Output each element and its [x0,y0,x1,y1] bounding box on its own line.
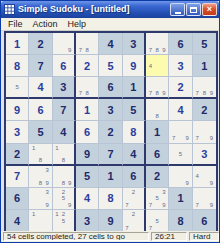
menu-action[interactable]: Action [28,19,63,30]
cell-r7c2[interactable]: 389 [29,166,52,188]
cell-r3c7[interactable]: 789 [146,77,169,99]
candidate-4: 4 [147,62,154,68]
candidate-2: 2 [60,211,66,218]
candidates: 789 [147,34,167,53]
candidate-3: 3 [44,189,51,195]
candidates: 8 [147,100,167,119]
digit: 4 [99,33,121,54]
digit: 2 [193,99,216,120]
digit: 6 [169,33,191,54]
candidates: 9 [54,34,73,53]
minimize-icon [175,12,181,14]
candidate-9: 9 [67,179,73,185]
candidate-2: 2 [130,211,136,218]
cell-r1c3[interactable]: 9 [53,33,76,55]
cell-r3c8[interactable]: 2 [169,77,192,99]
cell-r8c8[interactable]: 1 [169,188,192,210]
candidate-9: 9 [208,90,215,96]
cell-r8c2[interactable]: 39 [29,188,52,210]
candidates: 5 [170,145,190,163]
app-icon [4,4,15,15]
digit: 8 [99,188,121,209]
cell-r4c3[interactable]: 7 [53,99,76,121]
menu-file[interactable]: File [3,19,28,30]
digit: 7 [53,99,74,120]
candidates: 39 [30,189,50,208]
close-button[interactable]: × [202,3,217,16]
digit: 4 [169,99,191,120]
cell-r1c1[interactable]: 1 [6,33,29,55]
cell-r8c7[interactable]: 3579 [146,188,169,210]
digit: 4 [29,77,51,97]
cell-r4c1[interactable]: 9 [6,99,29,121]
status-difficulty: Hard [189,232,219,241]
candidate-9: 9 [184,179,191,185]
cell-r3c9[interactable]: 789 [193,77,216,99]
digit: 4 [53,121,74,142]
candidate-7: 7 [194,202,201,208]
candidate-9: 9 [67,47,73,53]
candidates: 389 [30,167,50,186]
cell-r7c9[interactable]: 49 [193,166,216,188]
candidate-5: 5 [177,151,184,157]
cell-r2c4[interactable]: 2 [76,55,99,77]
cell-r7c8[interactable]: 9 [169,166,192,188]
cell-r6c6[interactable]: 4 [123,144,146,166]
cell-r1c9[interactable]: 5 [193,33,216,55]
cell-r2c2[interactable]: 7 [29,55,52,77]
candidates: 27 [124,211,143,231]
digit: 4 [123,144,144,164]
cell-r3c1[interactable]: 5 [6,77,29,99]
cell-r5c5[interactable]: 2 [99,121,122,143]
cell-r5c7[interactable]: 1 [146,121,169,143]
digit: 4 [6,210,28,232]
cell-r6c4[interactable]: 9 [76,144,99,166]
cell-r2c9[interactable]: 1 [193,55,216,77]
candidate-7: 7 [124,224,130,231]
minimize-button[interactable] [170,3,185,16]
digit: 5 [29,121,51,142]
maximize-icon [190,7,197,13]
candidate-1: 1 [30,145,37,151]
cell-r6c7[interactable]: 6 [146,144,169,166]
digit: 6 [146,144,168,164]
digit: 4 [76,188,98,209]
cell-r6c5[interactable]: 7 [99,144,122,166]
candidates: 49 [194,167,215,186]
candidate-3: 3 [161,189,168,195]
candidate-9: 9 [161,90,168,96]
cell-r6c2[interactable]: 18 [29,144,52,166]
cell-r3c4[interactable]: 78 [76,77,99,99]
candidates: 1 [30,211,50,231]
menu-help[interactable]: Help [63,19,92,30]
candidates: 78 [77,78,97,96]
digit: 6 [53,55,74,76]
digit: 6 [123,166,144,187]
cell-r5c2[interactable]: 5 [29,121,52,143]
candidate-8: 8 [84,90,91,96]
digit: 7 [6,166,28,187]
candidate-8: 8 [37,157,44,163]
digit: 3 [169,55,191,76]
cell-r2c7[interactable]: 4 [146,55,169,77]
candidates: 3579 [147,189,167,208]
maximize-button[interactable] [186,3,201,16]
candidate-8: 8 [154,90,161,96]
candidates: 125 [54,211,73,231]
cell-r1c7[interactable]: 789 [146,33,169,55]
candidates: 789 [194,78,215,96]
cell-r5c1[interactable]: 3 [6,121,29,143]
candidates: 18 [54,145,73,163]
cell-r1c8[interactable]: 6 [169,33,192,55]
candidate-9: 9 [161,47,168,53]
candidate-7: 7 [147,224,154,231]
candidate-1: 1 [54,145,60,151]
cell-r4c5[interactable]: 3 [99,99,122,121]
candidates: 27 [124,189,143,208]
candidates: 4 [147,56,167,75]
cell-r1c2[interactable]: 2 [29,33,52,55]
digit: 2 [99,121,121,142]
cell-r3c3[interactable]: 3 [53,77,76,99]
candidate-2: 2 [130,189,136,195]
candidate-7: 7 [124,202,130,208]
status-bar: 54 cells completed, 27 cells to go 26:21… [1,231,220,242]
cell-r5c4[interactable]: 6 [76,121,99,143]
digit: 1 [193,55,216,76]
digit: 2 [6,144,28,164]
digit: 9 [6,99,28,120]
candidate-4: 4 [194,173,201,179]
candidates: 57 [147,211,167,231]
cell-r5c3[interactable]: 4 [53,121,76,143]
digit: 9 [76,144,98,164]
digit: 5 [99,55,121,76]
cell-r9c2[interactable]: 1 [29,210,52,232]
cell-r4c8[interactable]: 4 [169,99,192,121]
digit: 8 [123,121,144,142]
candidate-5: 5 [60,218,66,225]
candidates: 79 [194,189,215,208]
digit: 1 [146,121,168,142]
candidates: 789 [147,78,167,96]
cell-r8c9[interactable]: 79 [193,188,216,210]
candidate-9: 9 [161,202,168,208]
candidate-8: 8 [201,90,208,96]
cell-r6c9[interactable]: 3 [193,144,216,166]
digit: 3 [76,210,98,232]
app-window: Simple Sudoku - [untitled] × File Action… [0,0,220,243]
digit: 3 [53,77,74,97]
candidates: 5 [7,78,27,96]
cell-r6c3[interactable]: 18 [53,144,76,166]
cell-r9c5[interactable]: 9 [99,210,122,232]
digit: 2 [146,166,168,187]
cell-r7c1[interactable]: 7 [6,166,29,188]
candidate-5: 5 [154,195,161,201]
candidate-3: 3 [44,167,51,173]
candidates: 79 [194,122,215,141]
cell-r4c4[interactable]: 1 [76,99,99,121]
candidates: 89 [54,167,73,186]
candidate-8: 8 [154,47,161,53]
digit: 1 [169,188,191,209]
candidates: 18 [30,145,50,163]
candidate-7: 7 [147,202,154,208]
candidate-8: 8 [37,179,44,185]
cell-r1c5[interactable]: 4 [99,33,122,55]
cell-r5c6[interactable]: 8 [123,121,146,143]
title-bar: Simple Sudoku - [untitled] × [1,1,219,18]
candidate-7: 7 [147,47,154,53]
cell-r6c8[interactable]: 5 [169,144,192,166]
cell-r7c7[interactable]: 2 [146,166,169,188]
candidates: 78 [77,34,97,53]
candidate-9: 9 [208,135,215,141]
cell-r4c9[interactable]: 2 [193,99,216,121]
cell-r1c6[interactable]: 3 [123,33,146,55]
cell-r8c1[interactable]: 6 [6,188,29,210]
cell-r9c4[interactable]: 3 [76,210,99,232]
digit: 3 [123,33,144,54]
cell-r9c6[interactable]: 27 [123,210,146,232]
digit: 8 [169,210,191,232]
cell-r3c6[interactable]: 1 [123,77,146,99]
digit: 6 [6,188,28,209]
close-icon: × [207,5,212,14]
cell-r9c3[interactable]: 125 [53,210,76,232]
digit: 9 [99,210,121,232]
candidate-7: 7 [77,90,84,96]
candidates: 79 [170,122,190,141]
candidate-5: 5 [14,84,21,90]
digit: 1 [123,77,144,97]
digit: 6 [76,121,98,142]
cell-r7c6[interactable]: 6 [123,166,146,188]
cell-r8c3[interactable]: 259 [53,188,76,210]
candidate-8: 8 [60,157,66,163]
cell-r9c7[interactable]: 57 [146,210,169,232]
candidate-7: 7 [194,90,201,96]
digit: 6 [99,77,121,97]
cell-r4c7[interactable]: 8 [146,99,169,121]
candidate-8: 8 [84,47,91,53]
cell-r9c8[interactable]: 8 [169,210,192,232]
cell-r2c8[interactable]: 3 [169,55,192,77]
candidate-1: 1 [30,211,37,218]
cell-r6c1[interactable]: 2 [6,144,29,166]
cell-r4c2[interactable]: 6 [29,99,52,121]
digit: 6 [193,210,216,232]
digit: 5 [123,99,144,120]
cell-r2c1[interactable]: 8 [6,55,29,77]
digit: 2 [169,77,191,97]
candidate-7: 7 [170,135,177,141]
cell-r7c4[interactable]: 5 [76,166,99,188]
digit: 1 [99,166,121,187]
cell-r2c5[interactable]: 5 [99,55,122,77]
digit: 5 [193,33,216,54]
board: 1297843789658762594315437861789278996713… [4,31,218,234]
digit: 7 [99,144,121,164]
candidate-9: 9 [44,202,51,208]
candidate-9: 9 [44,179,51,185]
cell-r5c8[interactable]: 79 [169,121,192,143]
candidate-9: 9 [67,202,73,208]
candidate-7: 7 [194,135,201,141]
candidate-9: 9 [184,135,191,141]
digit: 1 [76,99,98,120]
digit: 9 [123,55,144,76]
cell-r7c5[interactable]: 1 [99,166,122,188]
digit: 8 [6,55,28,76]
digit: 7 [29,55,51,76]
window-title: Simple Sudoku - [untitled] [18,4,169,15]
digit: 5 [76,166,98,187]
digit: 3 [6,121,28,142]
candidate-9: 9 [208,179,215,185]
cell-r3c2[interactable]: 4 [29,77,52,99]
menu-bar: File Action Help [1,18,219,31]
candidate-8: 8 [154,113,161,119]
digit: 2 [29,33,51,54]
candidates: 259 [54,189,73,208]
candidate-5: 5 [154,218,161,225]
digit: 1 [6,33,28,54]
cell-r4c6[interactable]: 5 [123,99,146,121]
cell-r5c9[interactable]: 79 [193,121,216,143]
cell-r8c5[interactable]: 8 [99,188,122,210]
cell-r3c5[interactable]: 6 [99,77,122,99]
candidate-7: 7 [147,90,154,96]
candidates: 9 [170,167,190,186]
digit: 3 [193,144,216,164]
cell-r9c9[interactable]: 6 [193,210,216,232]
cell-r9c1[interactable]: 4 [6,210,29,232]
status-timer: 26:21 [151,232,187,241]
status-progress: 54 cells completed, 27 cells to go [3,232,149,241]
digit: 3 [99,99,121,120]
cell-r2c6[interactable]: 9 [123,55,146,77]
digit: 6 [29,99,51,120]
candidate-9: 9 [208,202,215,208]
cell-r2c3[interactable]: 6 [53,55,76,77]
cell-r8c4[interactable]: 4 [76,188,99,210]
digit: 2 [76,55,98,76]
candidate-7: 7 [77,47,84,53]
cell-r8c6[interactable]: 27 [123,188,146,210]
cell-r7c3[interactable]: 89 [53,166,76,188]
cell-r1c4[interactable]: 78 [76,33,99,55]
